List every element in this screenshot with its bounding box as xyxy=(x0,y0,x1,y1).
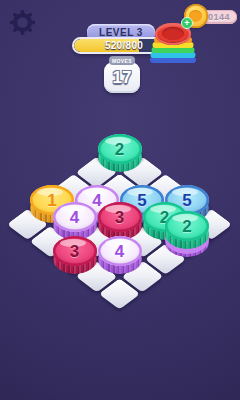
rainbow-disc-stack-icon xyxy=(150,23,196,65)
moves-value: 17 xyxy=(113,68,132,88)
add-coins-button[interactable]: + xyxy=(181,17,193,29)
moves-badge: 17 MOVES xyxy=(104,56,140,93)
moves-box: 17 xyxy=(104,62,140,93)
disc-teal-2[interactable]: 2 xyxy=(165,211,209,271)
plus-icon: + xyxy=(184,18,189,28)
coin-count: 0144 xyxy=(208,12,230,22)
disc-crimson-3[interactable]: 3 xyxy=(53,236,97,296)
level-label: LEVEL 3 xyxy=(99,27,143,38)
game-screen: LEVEL 3 520/800 0144 + 17 MOVES 25542132… xyxy=(0,0,240,400)
disc-purple-4[interactable]: 4 xyxy=(98,236,142,296)
moves-label: MOVES xyxy=(109,56,135,65)
